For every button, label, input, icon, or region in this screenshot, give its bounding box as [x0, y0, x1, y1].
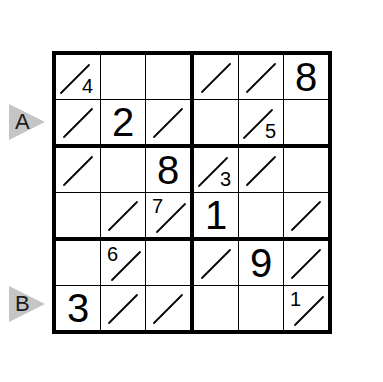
given-digit: 8: [146, 148, 190, 192]
given-lower-digit: 5: [265, 121, 276, 141]
cell-r4c5[interactable]: [239, 193, 284, 241]
cell-r1c6[interactable]: 8: [284, 55, 328, 100]
slash-divider-icon: [194, 55, 238, 99]
cell-r6c5[interactable]: [239, 286, 284, 330]
cell-r1c5[interactable]: [239, 55, 284, 100]
slash-divider-icon: [146, 286, 190, 330]
cell-r5c4[interactable]: [194, 241, 239, 286]
row-marker-a-label: A: [15, 111, 30, 133]
given-upper-digit: 1: [290, 289, 301, 309]
given-upper-digit: 6: [107, 244, 118, 264]
slash-divider-icon: [284, 193, 328, 237]
cell-r2c1[interactable]: [56, 100, 101, 148]
slash-divider-icon: [239, 55, 283, 99]
cell-r5c1[interactable]: [56, 241, 101, 286]
board: 482583716931: [52, 51, 332, 334]
slash-divider-icon: [101, 193, 145, 237]
cell-r3c3[interactable]: 8: [146, 148, 194, 193]
slash-divider-icon: [56, 100, 100, 144]
cell-r2c6[interactable]: [284, 100, 328, 148]
cell-r2c4[interactable]: [194, 100, 239, 148]
cell-r2c3[interactable]: [146, 100, 194, 148]
cell-r1c3[interactable]: [146, 55, 194, 100]
slash-divider-icon: [56, 148, 100, 192]
slash-divider-icon: [239, 148, 283, 192]
cell-r4c1[interactable]: [56, 193, 101, 241]
row-marker-b: B: [8, 285, 46, 323]
cell-r3c2[interactable]: [101, 148, 146, 193]
cell-r4c2[interactable]: [101, 193, 146, 241]
given-upper-digit: 7: [152, 196, 163, 216]
cell-r4c3[interactable]: 7: [146, 193, 194, 241]
row-marker-b-label: B: [15, 293, 30, 315]
slash-divider-icon: [194, 241, 238, 285]
cell-r3c4[interactable]: 3: [194, 148, 239, 193]
cell-r3c6[interactable]: [284, 148, 328, 193]
cell-r4c4[interactable]: 1: [194, 193, 239, 241]
given-digit: 1: [194, 193, 238, 237]
cell-r1c4[interactable]: [194, 55, 239, 100]
given-lower-digit: 3: [220, 169, 231, 189]
given-digit: 8: [284, 55, 328, 99]
cell-r5c2[interactable]: 6: [101, 241, 146, 286]
given-digit: 3: [56, 286, 100, 330]
cell-r6c1[interactable]: 3: [56, 286, 101, 330]
cell-r3c1[interactable]: [56, 148, 101, 193]
slash-divider-icon: [146, 100, 190, 144]
row-marker-a: A: [8, 103, 46, 141]
cell-r1c2[interactable]: [101, 55, 146, 100]
cell-r3c5[interactable]: [239, 148, 284, 193]
cell-r6c6[interactable]: 1: [284, 286, 328, 330]
cell-r5c5[interactable]: 9: [239, 241, 284, 286]
puzzle-canvas: A B 482583716931: [0, 0, 383, 382]
cell-r4c6[interactable]: [284, 193, 328, 241]
cell-r6c3[interactable]: [146, 286, 194, 330]
slash-divider-icon: [284, 241, 328, 285]
given-digit: 2: [101, 100, 145, 144]
cell-r6c2[interactable]: [101, 286, 146, 330]
cell-r2c5[interactable]: 5: [239, 100, 284, 148]
given-digit: 9: [239, 241, 283, 285]
cell-r1c1[interactable]: 4: [56, 55, 101, 100]
cell-r6c4[interactable]: [194, 286, 239, 330]
given-lower-digit: 4: [82, 76, 93, 96]
cell-r2c2[interactable]: 2: [101, 100, 146, 148]
cell-r5c6[interactable]: [284, 241, 328, 286]
slash-divider-icon: [101, 286, 145, 330]
cell-r5c3[interactable]: [146, 241, 194, 286]
